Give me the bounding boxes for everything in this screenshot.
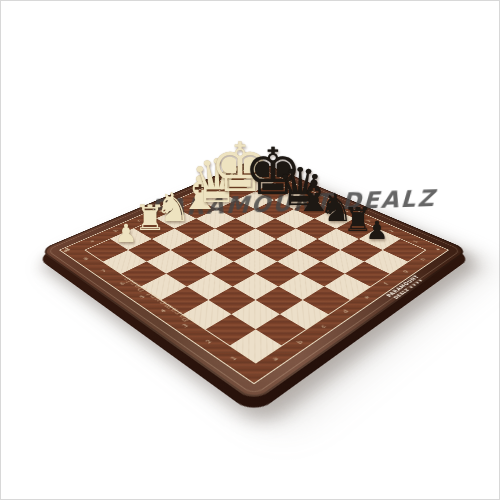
piece-black-pawn[interactable]: ♟ (366, 218, 388, 243)
product-photo-canvas: aa88bb77cc66dd55ee44ff33gg22hh11✦✦✦✦ Par… (0, 0, 500, 500)
corner-ornament: ✦ (434, 247, 443, 252)
